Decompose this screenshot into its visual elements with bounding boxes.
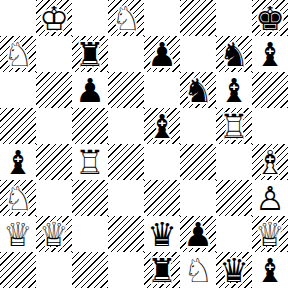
square-h4[interactable]: ♝♗ — [252, 144, 288, 180]
black-queen[interactable]: ♛♛ — [216, 252, 252, 288]
square-h1[interactable]: ♝♝ — [252, 252, 288, 288]
square-d4[interactable] — [108, 144, 144, 180]
piece-glyph: ♕ — [36, 216, 72, 252]
piece-glyph: ♛ — [144, 216, 180, 252]
square-d7[interactable] — [108, 36, 144, 72]
square-c6[interactable]: ♟♟ — [72, 72, 108, 108]
square-a1[interactable] — [0, 252, 36, 288]
square-e6[interactable] — [144, 72, 180, 108]
square-a2[interactable]: ♛♕ — [0, 216, 36, 252]
square-g6[interactable]: ♝♝ — [216, 72, 252, 108]
square-g5[interactable]: ♜♖ — [216, 108, 252, 144]
piece-glyph: ♙ — [252, 180, 288, 216]
black-bishop[interactable]: ♝♝ — [144, 108, 180, 144]
square-g7[interactable]: ♞♞ — [216, 36, 252, 72]
piece-glyph: ♖ — [216, 108, 252, 144]
square-h3[interactable]: ♟♙ — [252, 180, 288, 216]
square-c5[interactable] — [72, 108, 108, 144]
square-b5[interactable] — [36, 108, 72, 144]
square-f2[interactable]: ♟♟ — [180, 216, 216, 252]
piece-glyph: ♞ — [180, 72, 216, 108]
white-rook[interactable]: ♜♖ — [72, 144, 108, 180]
square-c7[interactable]: ♜♜ — [72, 36, 108, 72]
black-queen[interactable]: ♛♛ — [144, 216, 180, 252]
piece-glyph: ♟ — [180, 216, 216, 252]
square-a3[interactable]: ♞♘ — [0, 180, 36, 216]
square-g2[interactable] — [216, 216, 252, 252]
square-f1[interactable]: ♞♘ — [180, 252, 216, 288]
black-king[interactable]: ♚♚ — [252, 0, 288, 36]
white-queen[interactable]: ♛♕ — [252, 216, 288, 252]
square-h6[interactable] — [252, 72, 288, 108]
black-bishop[interactable]: ♝♝ — [0, 144, 36, 180]
square-e2[interactable]: ♛♛ — [144, 216, 180, 252]
square-f5[interactable] — [180, 108, 216, 144]
black-pawn[interactable]: ♟♟ — [72, 72, 108, 108]
white-king[interactable]: ♚♔ — [36, 0, 72, 36]
white-queen[interactable]: ♛♕ — [36, 216, 72, 252]
piece-glyph: ♝ — [252, 252, 288, 288]
piece-glyph: ♘ — [108, 0, 144, 36]
square-f7[interactable] — [180, 36, 216, 72]
square-g8[interactable] — [216, 0, 252, 36]
black-pawn[interactable]: ♟♟ — [144, 36, 180, 72]
square-h5[interactable] — [252, 108, 288, 144]
piece-glyph: ♘ — [0, 36, 36, 72]
square-b2[interactable]: ♛♕ — [36, 216, 72, 252]
piece-glyph: ♝ — [252, 36, 288, 72]
square-e4[interactable] — [144, 144, 180, 180]
square-b8[interactable]: ♚♔ — [36, 0, 72, 36]
square-h7[interactable]: ♝♝ — [252, 36, 288, 72]
square-d6[interactable] — [108, 72, 144, 108]
white-rook[interactable]: ♜♖ — [216, 108, 252, 144]
square-e7[interactable]: ♟♟ — [144, 36, 180, 72]
square-a5[interactable] — [0, 108, 36, 144]
square-h2[interactable]: ♛♕ — [252, 216, 288, 252]
square-c4[interactable]: ♜♖ — [72, 144, 108, 180]
square-f8[interactable] — [180, 0, 216, 36]
black-pawn[interactable]: ♟♟ — [180, 216, 216, 252]
square-d8[interactable]: ♞♘ — [108, 0, 144, 36]
square-d3[interactable] — [108, 180, 144, 216]
square-d1[interactable] — [108, 252, 144, 288]
square-b6[interactable] — [36, 72, 72, 108]
square-d2[interactable] — [108, 216, 144, 252]
piece-glyph: ♞ — [216, 36, 252, 72]
piece-glyph: ♘ — [0, 180, 36, 216]
black-knight[interactable]: ♞♞ — [180, 72, 216, 108]
chess-diagram: ♚♔♞♘♚♚♞♘♜♜♟♟♞♞♝♝♟♟♞♞♝♝♝♝♜♖♝♝♜♖♝♗♞♘♟♙♛♕♛♕… — [0, 0, 288, 288]
square-e5[interactable]: ♝♝ — [144, 108, 180, 144]
piece-glyph: ♕ — [0, 216, 36, 252]
square-c1[interactable] — [72, 252, 108, 288]
white-pawn[interactable]: ♟♙ — [252, 180, 288, 216]
piece-glyph: ♕ — [252, 216, 288, 252]
piece-glyph: ♗ — [252, 144, 288, 180]
piece-glyph: ♟ — [72, 72, 108, 108]
piece-glyph: ♝ — [216, 72, 252, 108]
square-h8[interactable]: ♚♚ — [252, 0, 288, 36]
square-b7[interactable] — [36, 36, 72, 72]
square-d5[interactable] — [108, 108, 144, 144]
square-a8[interactable] — [0, 0, 36, 36]
black-rook[interactable]: ♜♜ — [72, 36, 108, 72]
square-a4[interactable]: ♝♝ — [0, 144, 36, 180]
square-b1[interactable] — [36, 252, 72, 288]
black-bishop[interactable]: ♝♝ — [252, 36, 288, 72]
square-f6[interactable]: ♞♞ — [180, 72, 216, 108]
white-knight[interactable]: ♞♘ — [0, 180, 36, 216]
square-g1[interactable]: ♛♛ — [216, 252, 252, 288]
piece-glyph: ♝ — [144, 108, 180, 144]
square-g4[interactable] — [216, 144, 252, 180]
piece-glyph: ♘ — [180, 252, 216, 288]
square-a7[interactable]: ♞♘ — [0, 36, 36, 72]
square-e1[interactable]: ♜♜ — [144, 252, 180, 288]
white-knight[interactable]: ♞♘ — [0, 36, 36, 72]
piece-glyph: ♝ — [0, 144, 36, 180]
piece-glyph: ♟ — [144, 36, 180, 72]
square-a6[interactable] — [0, 72, 36, 108]
piece-glyph: ♔ — [36, 0, 72, 36]
black-bishop[interactable]: ♝♝ — [252, 252, 288, 288]
square-f4[interactable] — [180, 144, 216, 180]
square-e3[interactable] — [144, 180, 180, 216]
square-c2[interactable] — [72, 216, 108, 252]
square-b3[interactable] — [36, 180, 72, 216]
black-knight[interactable]: ♞♞ — [216, 36, 252, 72]
square-e8[interactable] — [144, 0, 180, 36]
black-rook[interactable]: ♜♜ — [144, 252, 180, 288]
piece-glyph: ♖ — [72, 144, 108, 180]
white-bishop[interactable]: ♝♗ — [252, 144, 288, 180]
square-b4[interactable] — [36, 144, 72, 180]
square-f3[interactable] — [180, 180, 216, 216]
piece-glyph: ♜ — [72, 36, 108, 72]
black-bishop[interactable]: ♝♝ — [216, 72, 252, 108]
square-c8[interactable] — [72, 0, 108, 36]
chess-board: ♚♔♞♘♚♚♞♘♜♜♟♟♞♞♝♝♟♟♞♞♝♝♝♝♜♖♝♝♜♖♝♗♞♘♟♙♛♕♛♕… — [0, 0, 288, 288]
square-g3[interactable] — [216, 180, 252, 216]
piece-glyph: ♜ — [144, 252, 180, 288]
piece-glyph: ♚ — [252, 0, 288, 36]
white-knight[interactable]: ♞♘ — [108, 0, 144, 36]
white-knight[interactable]: ♞♘ — [180, 252, 216, 288]
white-queen[interactable]: ♛♕ — [0, 216, 36, 252]
square-c3[interactable] — [72, 180, 108, 216]
piece-glyph: ♛ — [216, 252, 252, 288]
